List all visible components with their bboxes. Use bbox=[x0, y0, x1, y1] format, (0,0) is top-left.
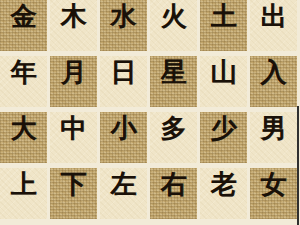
tile-character: 星 bbox=[161, 59, 187, 85]
tile-character: 小 bbox=[111, 115, 137, 141]
tile-character: 出 bbox=[261, 3, 287, 29]
tile-character: 山 bbox=[211, 59, 237, 85]
tile-r4c2[interactable]: 下 bbox=[50, 168, 97, 219]
tile-r3c5[interactable]: 少 bbox=[200, 112, 247, 163]
tile-r4c4[interactable]: 右 bbox=[150, 168, 197, 219]
tile-r2c6[interactable]: 入 bbox=[250, 56, 297, 107]
tile-r2c2[interactable]: 月 bbox=[50, 56, 97, 107]
tile-character: 中 bbox=[61, 115, 87, 141]
character-tile-board: 金 木 水 火 土 出 年 月 日 星 山 入 大 中 小 多 少 男 上 下 … bbox=[0, 0, 300, 225]
tile-character: 男 bbox=[261, 115, 287, 141]
tile-character: 木 bbox=[61, 3, 87, 29]
tile-character: 下 bbox=[61, 171, 87, 197]
tile-character: 日 bbox=[111, 59, 137, 85]
tile-r3c3[interactable]: 小 bbox=[100, 112, 147, 163]
tile-r1c3[interactable]: 水 bbox=[100, 0, 147, 51]
tile-character: 左 bbox=[111, 171, 137, 197]
tile-r2c1[interactable]: 年 bbox=[0, 56, 47, 107]
tile-r1c1[interactable]: 金 bbox=[0, 0, 47, 51]
tile-r2c5[interactable]: 山 bbox=[200, 56, 247, 107]
tile-character: 大 bbox=[11, 115, 37, 141]
tile-r2c3[interactable]: 日 bbox=[100, 56, 147, 107]
tile-character: 女 bbox=[261, 171, 287, 197]
tile-r1c4[interactable]: 火 bbox=[150, 0, 197, 51]
tile-r3c2[interactable]: 中 bbox=[50, 112, 97, 163]
tile-r4c3[interactable]: 左 bbox=[100, 168, 147, 219]
tile-character: 年 bbox=[11, 59, 37, 85]
tile-character: 火 bbox=[161, 3, 187, 29]
tile-r1c6[interactable]: 出 bbox=[250, 0, 297, 51]
tile-r2c4[interactable]: 星 bbox=[150, 56, 197, 107]
tile-character: 上 bbox=[11, 171, 37, 197]
tile-character: 金 bbox=[11, 3, 37, 29]
tile-character: 入 bbox=[261, 59, 287, 85]
tile-r3c1[interactable]: 大 bbox=[0, 112, 47, 163]
tile-character: 土 bbox=[211, 3, 237, 29]
tile-r1c5[interactable]: 土 bbox=[200, 0, 247, 51]
tile-r4c1[interactable]: 上 bbox=[0, 168, 47, 219]
tile-character: 月 bbox=[61, 59, 87, 85]
tile-character: 老 bbox=[211, 171, 237, 197]
right-edge-line bbox=[297, 106, 299, 225]
tile-r4c6[interactable]: 女 bbox=[250, 168, 297, 219]
tile-character: 右 bbox=[161, 171, 187, 197]
tile-character: 多 bbox=[161, 115, 187, 141]
tile-character: 水 bbox=[111, 3, 137, 29]
tile-r4c5[interactable]: 老 bbox=[200, 168, 247, 219]
tile-r3c6[interactable]: 男 bbox=[250, 112, 297, 163]
tile-character: 少 bbox=[211, 115, 237, 141]
tile-r3c4[interactable]: 多 bbox=[150, 112, 197, 163]
tile-r1c2[interactable]: 木 bbox=[50, 0, 97, 51]
